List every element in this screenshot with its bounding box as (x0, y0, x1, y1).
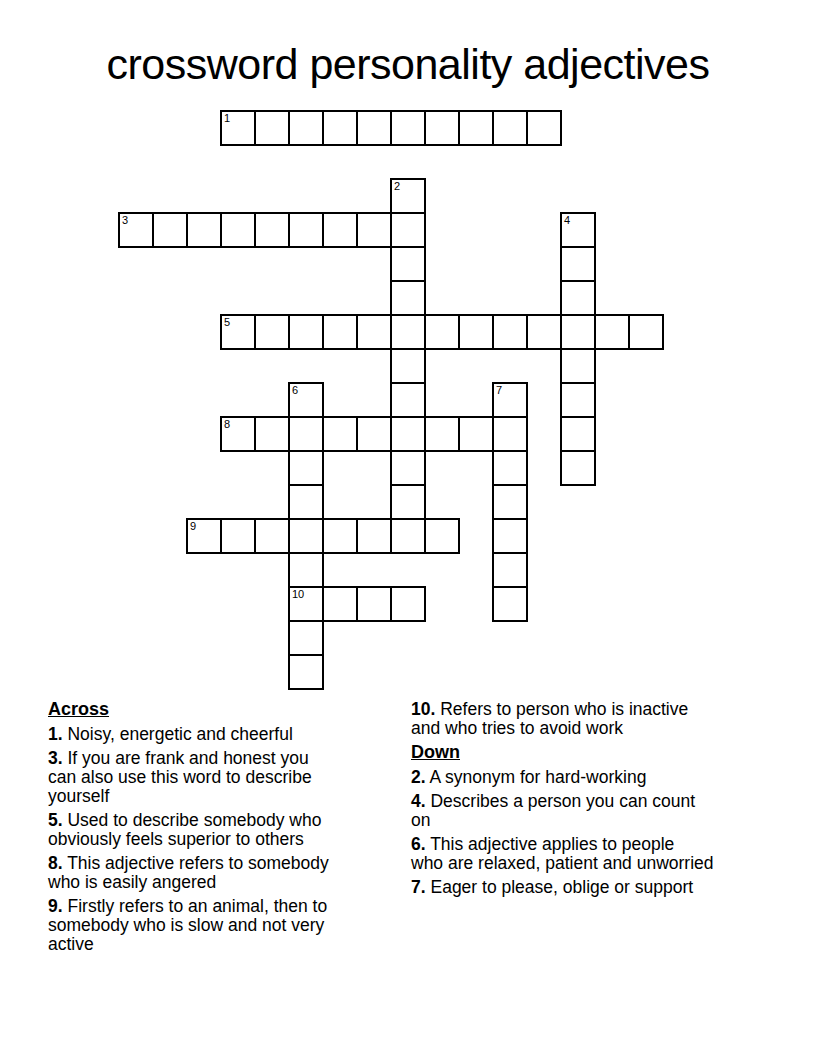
grid-cell[interactable] (322, 314, 358, 350)
grid-cell[interactable] (356, 110, 392, 146)
grid-cell[interactable] (254, 212, 290, 248)
grid-cell[interactable] (560, 450, 596, 486)
clue-down-6: 6. This adjective applies to people who … (411, 835, 791, 873)
clue-text: Describes a person you can count on (411, 791, 695, 830)
grid-cell[interactable]: 6 (288, 382, 324, 418)
clue-text: Refers to person who is inactive and who… (411, 699, 688, 738)
clue-text: Firstly refers to an animal, then to som… (48, 896, 327, 954)
grid-cell[interactable] (322, 416, 358, 452)
clue-text: If you are frank and honest you can also… (48, 748, 312, 806)
clue-text: Eager to please, oblige or support (430, 877, 693, 897)
grid-cell[interactable] (424, 314, 460, 350)
grid-cell[interactable] (390, 416, 426, 452)
clue-text: Used to describe somebody who obviously … (48, 810, 321, 849)
grid-cell[interactable]: 3 (118, 212, 154, 248)
grid-cell[interactable] (594, 314, 630, 350)
grid-cell[interactable] (560, 348, 596, 384)
grid-cell[interactable] (492, 314, 528, 350)
grid-cell[interactable] (356, 518, 392, 554)
clue-number: 6 (292, 384, 298, 397)
grid-cell[interactable]: 7 (492, 382, 528, 418)
clue-number: 1 (224, 112, 230, 125)
grid-cell[interactable] (560, 416, 596, 452)
across-header: Across (48, 700, 408, 719)
clue-across-9: 9. Firstly refers to an animal, then to … (48, 897, 408, 954)
grid-cell[interactable] (492, 484, 528, 520)
clue-text: This adjective applies to people who are… (411, 834, 714, 873)
clue-down-4: 4. Describes a person you can count on (411, 792, 791, 830)
clue-across-5: 5. Used to describe somebody who obvious… (48, 811, 408, 849)
grid-cell[interactable] (560, 314, 596, 350)
grid-cell[interactable] (356, 212, 392, 248)
clue-down-2: 2. A synonym for hard-working (411, 768, 791, 787)
grid-cell[interactable] (492, 110, 528, 146)
grid-cell[interactable] (220, 212, 256, 248)
grid-cell[interactable] (254, 416, 290, 452)
grid-cell[interactable] (390, 280, 426, 316)
crossword-page: { "game": "crossword", "title": "crosswo… (0, 0, 816, 1056)
grid-cell[interactable] (526, 314, 562, 350)
grid-cell[interactable] (390, 110, 426, 146)
grid-cell[interactable] (458, 314, 494, 350)
grid-cell[interactable] (492, 518, 528, 554)
grid-cell[interactable] (560, 382, 596, 418)
clue-number: 3 (122, 214, 128, 227)
grid-cell[interactable] (322, 110, 358, 146)
grid-cell[interactable] (288, 518, 324, 554)
grid-cell[interactable] (288, 416, 324, 452)
grid-cell[interactable]: 2 (390, 178, 426, 214)
grid-cell[interactable] (288, 484, 324, 520)
clue-number: 7 (496, 384, 502, 397)
grid-cell[interactable]: 9 (186, 518, 222, 554)
grid-cell[interactable] (424, 518, 460, 554)
grid-cell[interactable] (424, 110, 460, 146)
clue-number: 8 (224, 418, 230, 431)
grid-cell[interactable] (322, 212, 358, 248)
grid-cell[interactable] (254, 314, 290, 350)
grid-cell[interactable] (254, 110, 290, 146)
grid-cell[interactable] (492, 586, 528, 622)
clue-number: 4 (564, 214, 570, 227)
clues-left-column: Across 1. Noisy, energetic and cheerful … (48, 700, 408, 959)
grid-cell[interactable] (390, 586, 426, 622)
clue-down-7: 7. Eager to please, oblige or support (411, 878, 791, 897)
grid-cell[interactable] (492, 552, 528, 588)
grid-cell[interactable]: 1 (220, 110, 256, 146)
clue-across-3: 3. If you are frank and honest you can a… (48, 749, 408, 806)
page-title: crossword personality adjectives (0, 40, 816, 89)
clue-number-label: 1. (48, 724, 63, 744)
grid-cell[interactable] (390, 518, 426, 554)
grid-cell[interactable] (390, 484, 426, 520)
grid-cell[interactable] (390, 246, 426, 282)
clue-number-label: 4. (411, 791, 426, 811)
grid-cell[interactable] (288, 620, 324, 656)
grid-cell[interactable] (390, 348, 426, 384)
grid-cell[interactable] (322, 586, 358, 622)
grid-cell[interactable] (288, 314, 324, 350)
grid-cell[interactable] (152, 212, 188, 248)
clue-number-label: 2. (411, 767, 426, 787)
clue-text: A synonym for hard-working (430, 767, 647, 787)
grid-cell[interactable]: 5 (220, 314, 256, 350)
crossword-grid: 12345678910 (118, 110, 664, 690)
clue-number-label: 6. (411, 834, 426, 854)
clue-number-label: 9. (48, 896, 63, 916)
grid-cell[interactable]: 10 (288, 586, 324, 622)
clue-across-8: 8. This adjective refers to somebody who… (48, 854, 408, 892)
grid-cell[interactable] (288, 450, 324, 486)
grid-cell[interactable] (390, 382, 426, 418)
grid-cell[interactable] (356, 586, 392, 622)
clue-number-label: 3. (48, 748, 63, 768)
grid-cell[interactable] (186, 212, 222, 248)
grid-cell[interactable] (628, 314, 664, 350)
grid-cell[interactable] (560, 246, 596, 282)
clue-text: This adjective refers to somebody who is… (48, 853, 329, 892)
clue-text: Noisy, energetic and cheerful (67, 724, 292, 744)
clue-number: 10 (292, 588, 304, 601)
grid-cell[interactable] (254, 518, 290, 554)
clues-right-column: 10. Refers to person who is inactive and… (411, 700, 791, 902)
grid-cell[interactable] (322, 518, 358, 554)
grid-cell[interactable] (288, 552, 324, 588)
clue-number-label: 8. (48, 853, 63, 873)
grid-cell[interactable] (288, 110, 324, 146)
grid-cell[interactable]: 4 (560, 212, 596, 248)
grid-cell[interactable] (356, 416, 392, 452)
grid-cell[interactable] (526, 110, 562, 146)
clue-number-label: 5. (48, 810, 63, 830)
grid-cell[interactable]: 8 (220, 416, 256, 452)
clue-number: 9 (190, 520, 196, 533)
grid-cell[interactable] (492, 450, 528, 486)
grid-cell[interactable] (390, 212, 426, 248)
grid-cell[interactable] (220, 518, 256, 554)
clue-number: 2 (394, 180, 400, 193)
grid-cell[interactable] (458, 110, 494, 146)
grid-cell[interactable] (288, 212, 324, 248)
down-header: Down (411, 743, 791, 762)
grid-cell[interactable] (390, 450, 426, 486)
grid-cell[interactable] (356, 314, 392, 350)
clue-number-label: 7. (411, 877, 426, 897)
grid-cell[interactable] (288, 654, 324, 690)
grid-cell[interactable] (560, 280, 596, 316)
grid-cell[interactable] (492, 416, 528, 452)
clue-across-1: 1. Noisy, energetic and cheerful (48, 725, 408, 744)
grid-cell[interactable] (424, 416, 460, 452)
grid-cell[interactable] (390, 314, 426, 350)
clue-number: 5 (224, 316, 230, 329)
clue-across-10: 10. Refers to person who is inactive and… (411, 700, 791, 738)
grid-cell[interactable] (458, 416, 494, 452)
clue-number-label: 10. (411, 699, 435, 719)
